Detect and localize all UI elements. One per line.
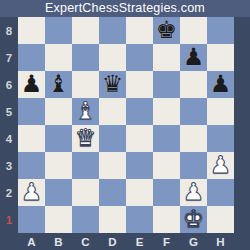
board-square-a7 [18, 44, 45, 71]
file-label-f: F [153, 233, 180, 250]
board-square-d1 [99, 206, 126, 233]
white-pawn-piece: ♟ [210, 152, 232, 179]
rank-label-7: 7 [0, 44, 18, 71]
board-square-g8 [180, 17, 207, 44]
black-bishop-piece: ♝ [48, 71, 70, 98]
board-square-b3 [45, 152, 72, 179]
board-square-a2: ♟ [18, 179, 45, 206]
board-square-g6 [180, 71, 207, 98]
board-square-d6: ♛ [99, 71, 126, 98]
board-square-e1 [126, 206, 153, 233]
board-square-f2 [153, 179, 180, 206]
board-square-c2 [72, 179, 99, 206]
rank-label-6: 6 [0, 71, 18, 98]
board-square-h1 [207, 206, 234, 233]
board-square-f8: ♚ [153, 17, 180, 44]
board-square-a3 [18, 152, 45, 179]
board-square-f7 [153, 44, 180, 71]
board-square-e8 [126, 17, 153, 44]
board-square-c6 [72, 71, 99, 98]
board-square-f1 [153, 206, 180, 233]
board-square-b6: ♝ [45, 71, 72, 98]
board-square-f5 [153, 98, 180, 125]
board-square-c8 [72, 17, 99, 44]
file-label-c: C [72, 233, 99, 250]
board-square-c3 [72, 152, 99, 179]
board-square-g7: ♟ [180, 44, 207, 71]
board-square-b1 [45, 206, 72, 233]
board-square-c5: ♝ [72, 98, 99, 125]
board-square-c1 [72, 206, 99, 233]
board-square-h7 [207, 44, 234, 71]
board-square-d4 [99, 125, 126, 152]
board-square-e5 [126, 98, 153, 125]
rank-label-1: 1 [0, 206, 18, 233]
board-square-c4: ♛ [72, 125, 99, 152]
board-square-a1 [18, 206, 45, 233]
file-label-a: A [18, 233, 45, 250]
black-king-piece: ♚ [156, 17, 178, 44]
file-label-g: G [180, 233, 207, 250]
board-square-e2 [126, 179, 153, 206]
board-square-g1: ♚ [180, 206, 207, 233]
file-label-e: E [126, 233, 153, 250]
file-label-h: H [207, 233, 234, 250]
board-square-e4 [126, 125, 153, 152]
file-label-b: B [45, 233, 72, 250]
page-frame: ExpertChessStrategies.com 87654321 ♚♟♟♝♛… [0, 0, 250, 250]
board-square-d2 [99, 179, 126, 206]
board-square-d3 [99, 152, 126, 179]
board-square-a6: ♟ [18, 71, 45, 98]
white-bishop-piece: ♝ [75, 98, 97, 125]
board-square-f6 [153, 71, 180, 98]
board-square-a5 [18, 98, 45, 125]
black-pawn-piece: ♟ [210, 71, 232, 98]
white-queen-piece: ♛ [75, 125, 97, 152]
rank-label-5: 5 [0, 98, 18, 125]
rank-labels: 87654321 [0, 17, 18, 233]
board-square-e3 [126, 152, 153, 179]
board-square-e6 [126, 71, 153, 98]
white-king-piece: ♚ [183, 206, 205, 233]
rank-label-4: 4 [0, 125, 18, 152]
board-square-b7 [45, 44, 72, 71]
rank-label-8: 8 [0, 17, 18, 44]
black-pawn-piece: ♟ [183, 44, 205, 71]
board-square-f4 [153, 125, 180, 152]
board-square-d5 [99, 98, 126, 125]
board-square-h5 [207, 98, 234, 125]
board-square-g3 [180, 152, 207, 179]
board-square-g4 [180, 125, 207, 152]
chess-board: ♚♟♟♝♛♟♝♛♟♟♟♚ [18, 17, 234, 233]
board-square-c7 [72, 44, 99, 71]
board-square-a8 [18, 17, 45, 44]
board-square-h8 [207, 17, 234, 44]
board-square-d7 [99, 44, 126, 71]
white-pawn-piece: ♟ [21, 179, 43, 206]
white-pawn-piece: ♟ [183, 179, 205, 206]
file-label-d: D [99, 233, 126, 250]
rank-label-3: 3 [0, 152, 18, 179]
board-square-g2: ♟ [180, 179, 207, 206]
board-square-e7 [126, 44, 153, 71]
board-square-b5 [45, 98, 72, 125]
board-square-d8 [99, 17, 126, 44]
file-labels: ABCDEFGH [18, 233, 234, 250]
board-square-b8 [45, 17, 72, 44]
board-square-b4 [45, 125, 72, 152]
board-square-a4 [18, 125, 45, 152]
board-square-g5 [180, 98, 207, 125]
board-square-b2 [45, 179, 72, 206]
site-title: ExpertChessStrategies.com [0, 0, 250, 17]
board-square-f3 [153, 152, 180, 179]
rank-label-2: 2 [0, 179, 18, 206]
board-square-h3: ♟ [207, 152, 234, 179]
black-queen-piece: ♛ [102, 71, 124, 98]
black-pawn-piece: ♟ [21, 71, 43, 98]
board-corner-spacer [0, 233, 18, 250]
board-square-h2 [207, 179, 234, 206]
board-square-h4 [207, 125, 234, 152]
board-square-h6: ♟ [207, 71, 234, 98]
